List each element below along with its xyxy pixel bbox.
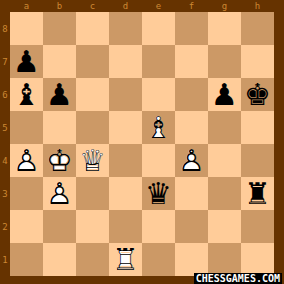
square-d3 (109, 177, 142, 210)
square-g3 (208, 177, 241, 210)
file-label-d: d (109, 0, 142, 12)
square-f5 (175, 111, 208, 144)
black-bishop-a6: ♝ (10, 78, 43, 111)
white-queen-c4: ♛♕ (76, 144, 109, 177)
square-e3: ♛ (142, 177, 175, 210)
white-pawn-a4: ♟♙ (10, 144, 43, 177)
file-label-a: a (10, 0, 43, 12)
square-c5 (76, 111, 109, 144)
square-e6 (142, 78, 175, 111)
chess-board: ♟♝♟♟♚♝♗♟♙♚♔♛♕♟♙♟♙♛♜♜♖ (10, 12, 274, 276)
site-credit-banner: CHESSGAMES.COM (194, 273, 282, 284)
square-h2 (241, 210, 274, 243)
file-label-f: f (175, 0, 208, 12)
chess-diagram: abcdefgh 87654321 ♟♝♟♟♚♝♗♟♙♚♔♛♕♟♙♟♙♛♜♜♖ … (0, 0, 284, 284)
square-f2 (175, 210, 208, 243)
rank-label-2: 2 (0, 210, 10, 243)
square-h8 (241, 12, 274, 45)
square-h3: ♜ (241, 177, 274, 210)
site-credit-text: CHESSGAMES.COM (196, 273, 280, 284)
square-d6 (109, 78, 142, 111)
square-d8 (109, 12, 142, 45)
square-e7 (142, 45, 175, 78)
rank-labels: 87654321 (0, 12, 10, 276)
square-c4: ♛♕ (76, 144, 109, 177)
square-h6: ♚ (241, 78, 274, 111)
square-e1 (142, 243, 175, 276)
square-a1 (10, 243, 43, 276)
rank-label-5: 5 (0, 111, 10, 144)
square-f3 (175, 177, 208, 210)
rank-label-4: 4 (0, 144, 10, 177)
rank-label-8: 8 (0, 12, 10, 45)
white-pawn-f4: ♟♙ (175, 144, 208, 177)
square-h7 (241, 45, 274, 78)
square-f6 (175, 78, 208, 111)
file-labels: abcdefgh (10, 0, 274, 12)
file-label-e: e (142, 0, 175, 12)
square-c8 (76, 12, 109, 45)
black-king-h6: ♚ (241, 78, 274, 111)
square-b1 (43, 243, 76, 276)
square-b4: ♚♔ (43, 144, 76, 177)
square-a4: ♟♙ (10, 144, 43, 177)
square-a3 (10, 177, 43, 210)
square-a6: ♝ (10, 78, 43, 111)
square-f1 (175, 243, 208, 276)
square-b7 (43, 45, 76, 78)
rank-label-1: 1 (0, 243, 10, 276)
rank-label-7: 7 (0, 45, 10, 78)
file-label-b: b (43, 0, 76, 12)
square-c7 (76, 45, 109, 78)
square-a7: ♟ (10, 45, 43, 78)
square-c2 (76, 210, 109, 243)
square-c3 (76, 177, 109, 210)
square-g2 (208, 210, 241, 243)
square-b2 (43, 210, 76, 243)
square-b6: ♟ (43, 78, 76, 111)
square-a2 (10, 210, 43, 243)
file-label-h: h (241, 0, 274, 12)
square-e2 (142, 210, 175, 243)
black-pawn-b6: ♟ (43, 78, 76, 111)
square-e5: ♝♗ (142, 111, 175, 144)
square-d1: ♜♖ (109, 243, 142, 276)
square-b3: ♟♙ (43, 177, 76, 210)
file-label-g: g (208, 0, 241, 12)
square-d4 (109, 144, 142, 177)
rank-label-3: 3 (0, 177, 10, 210)
white-bishop-e5: ♝♗ (142, 111, 175, 144)
black-pawn-g6: ♟ (208, 78, 241, 111)
white-king-b4: ♚♔ (43, 144, 76, 177)
square-e8 (142, 12, 175, 45)
white-pawn-b3: ♟♙ (43, 177, 76, 210)
rank-label-6: 6 (0, 78, 10, 111)
square-f8 (175, 12, 208, 45)
square-g4 (208, 144, 241, 177)
square-a8 (10, 12, 43, 45)
square-d2 (109, 210, 142, 243)
black-queen-e3: ♛ (142, 177, 175, 210)
square-g8 (208, 12, 241, 45)
file-label-c: c (76, 0, 109, 12)
square-g7 (208, 45, 241, 78)
square-f4: ♟♙ (175, 144, 208, 177)
square-b8 (43, 12, 76, 45)
square-d7 (109, 45, 142, 78)
square-h1 (241, 243, 274, 276)
square-c1 (76, 243, 109, 276)
square-e4 (142, 144, 175, 177)
black-rook-h3: ♜ (241, 177, 274, 210)
square-h5 (241, 111, 274, 144)
square-b5 (43, 111, 76, 144)
square-h4 (241, 144, 274, 177)
square-c6 (76, 78, 109, 111)
square-g1 (208, 243, 241, 276)
square-g5 (208, 111, 241, 144)
square-f7 (175, 45, 208, 78)
square-d5 (109, 111, 142, 144)
black-pawn-a7: ♟ (10, 45, 43, 78)
white-rook-d1: ♜♖ (109, 243, 142, 276)
square-a5 (10, 111, 43, 144)
square-g6: ♟ (208, 78, 241, 111)
